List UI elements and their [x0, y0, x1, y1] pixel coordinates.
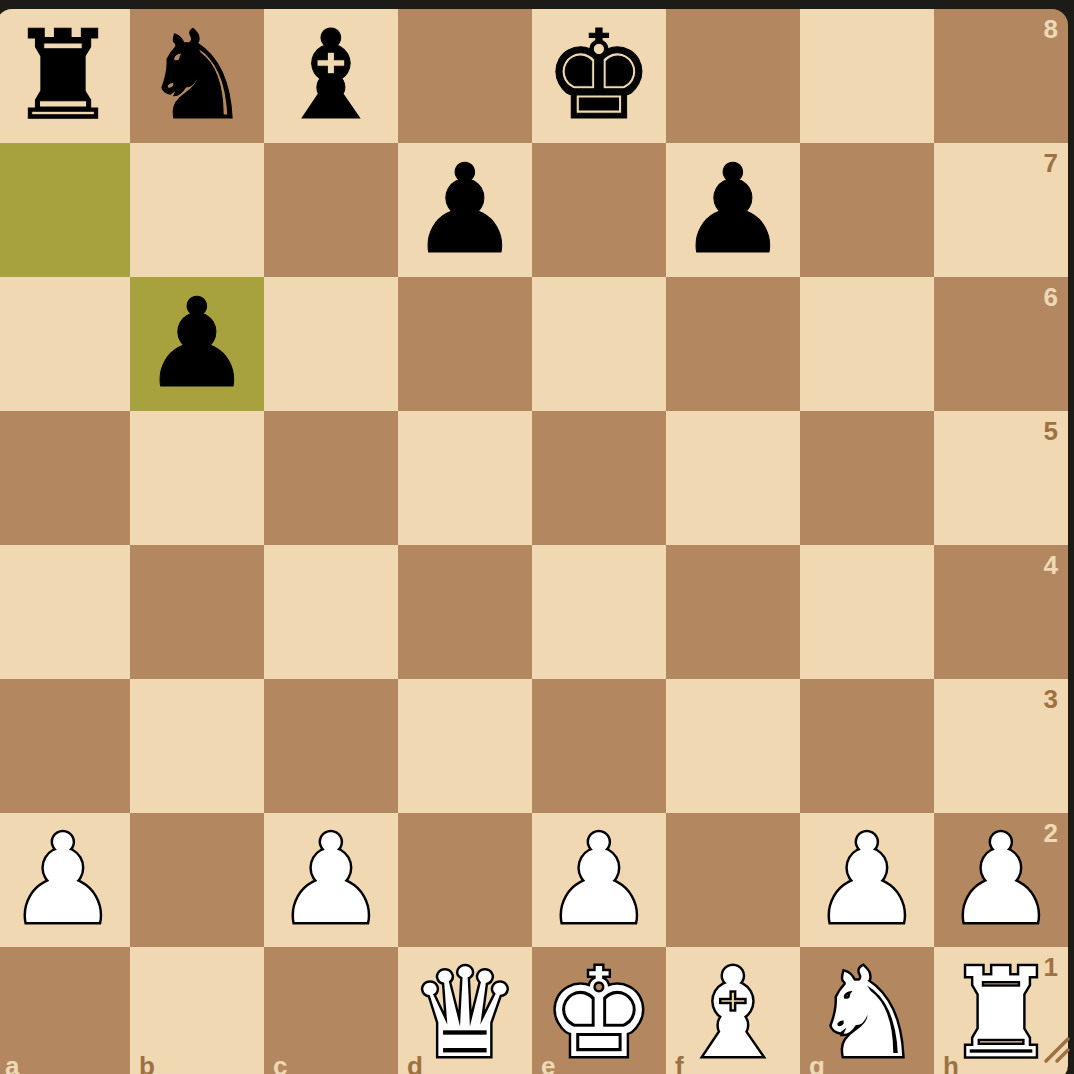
rank-label-6: 6: [1044, 284, 1058, 310]
square-a5[interactable]: [0, 411, 130, 545]
square-g4[interactable]: [800, 545, 934, 679]
square-f4[interactable]: [666, 545, 800, 679]
board-resize-handle-icon[interactable]: [1043, 1036, 1071, 1064]
square-b5[interactable]: [130, 411, 264, 545]
square-e6[interactable]: [532, 277, 666, 411]
file-label-a: a: [5, 1053, 19, 1074]
square-c4[interactable]: [264, 545, 398, 679]
square-c6[interactable]: [264, 277, 398, 411]
square-d8[interactable]: [398, 9, 532, 143]
square-g6[interactable]: [800, 277, 934, 411]
square-b2[interactable]: [130, 813, 264, 947]
square-d1[interactable]: d♛: [398, 947, 532, 1074]
square-d2[interactable]: [398, 813, 532, 947]
square-a8[interactable]: ♜: [0, 9, 130, 143]
square-h4[interactable]: 4: [934, 545, 1068, 679]
square-e8[interactable]: ♚: [532, 9, 666, 143]
square-c5[interactable]: [264, 411, 398, 545]
square-a7[interactable]: [0, 143, 130, 277]
square-h3[interactable]: 3: [934, 679, 1068, 813]
square-c2[interactable]: ♟: [264, 813, 398, 947]
square-a4[interactable]: [0, 545, 130, 679]
page-background: ♜♞♝♚8♟♟7♟6543♟♟♟♟2♟abcd♛e♚f♝g♞1h♜: [0, 0, 1074, 1074]
black-pawn-d7[interactable]: ♟: [398, 143, 532, 277]
square-g3[interactable]: [800, 679, 934, 813]
square-e5[interactable]: [532, 411, 666, 545]
rank-label-8: 8: [1044, 16, 1058, 42]
square-f2[interactable]: [666, 813, 800, 947]
square-d3[interactable]: [398, 679, 532, 813]
square-a6[interactable]: [0, 277, 130, 411]
white-bishop-f1[interactable]: ♝: [666, 947, 800, 1074]
white-pawn-c2[interactable]: ♟: [264, 813, 398, 947]
square-a2[interactable]: ♟: [0, 813, 130, 947]
square-e1[interactable]: e♚: [532, 947, 666, 1074]
square-g5[interactable]: [800, 411, 934, 545]
square-b6[interactable]: ♟: [130, 277, 264, 411]
square-e2[interactable]: ♟: [532, 813, 666, 947]
square-c7[interactable]: [264, 143, 398, 277]
white-queen-d1[interactable]: ♛: [398, 947, 532, 1074]
white-pawn-h2[interactable]: ♟: [934, 813, 1068, 947]
square-b7[interactable]: [130, 143, 264, 277]
square-f8[interactable]: [666, 9, 800, 143]
square-b8[interactable]: ♞: [130, 9, 264, 143]
file-label-c: c: [273, 1053, 287, 1074]
chess-board[interactable]: ♜♞♝♚8♟♟7♟6543♟♟♟♟2♟abcd♛e♚f♝g♞1h♜: [0, 9, 1068, 1074]
square-d5[interactable]: [398, 411, 532, 545]
square-a1[interactable]: a: [0, 947, 130, 1074]
black-knight-b8[interactable]: ♞: [130, 9, 264, 143]
square-a3[interactable]: [0, 679, 130, 813]
square-h5[interactable]: 5: [934, 411, 1068, 545]
black-rook-a8[interactable]: ♜: [0, 9, 130, 143]
white-pawn-g2[interactable]: ♟: [800, 813, 934, 947]
square-g7[interactable]: [800, 143, 934, 277]
square-f1[interactable]: f♝: [666, 947, 800, 1074]
square-g8[interactable]: [800, 9, 934, 143]
square-h7[interactable]: 7: [934, 143, 1068, 277]
square-h8[interactable]: 8: [934, 9, 1068, 143]
square-b1[interactable]: b: [130, 947, 264, 1074]
black-king-e8[interactable]: ♚: [532, 9, 666, 143]
square-c3[interactable]: [264, 679, 398, 813]
file-label-b: b: [139, 1053, 155, 1074]
black-pawn-b6[interactable]: ♟: [130, 277, 264, 411]
rank-label-3: 3: [1044, 686, 1058, 712]
square-e7[interactable]: [532, 143, 666, 277]
square-e4[interactable]: [532, 545, 666, 679]
square-c8[interactable]: ♝: [264, 9, 398, 143]
rank-label-4: 4: [1044, 552, 1058, 578]
square-d7[interactable]: ♟: [398, 143, 532, 277]
square-f3[interactable]: [666, 679, 800, 813]
rank-label-5: 5: [1044, 418, 1058, 444]
square-c1[interactable]: c: [264, 947, 398, 1074]
white-pawn-e2[interactable]: ♟: [532, 813, 666, 947]
square-e3[interactable]: [532, 679, 666, 813]
white-pawn-a2[interactable]: ♟: [0, 813, 130, 947]
square-b3[interactable]: [130, 679, 264, 813]
square-f6[interactable]: [666, 277, 800, 411]
square-d6[interactable]: [398, 277, 532, 411]
square-f5[interactable]: [666, 411, 800, 545]
square-h2[interactable]: 2♟: [934, 813, 1068, 947]
square-h6[interactable]: 6: [934, 277, 1068, 411]
square-g1[interactable]: g♞: [800, 947, 934, 1074]
square-f7[interactable]: ♟: [666, 143, 800, 277]
square-g2[interactable]: ♟: [800, 813, 934, 947]
white-king-e1[interactable]: ♚: [532, 947, 666, 1074]
square-b4[interactable]: [130, 545, 264, 679]
black-pawn-f7[interactable]: ♟: [666, 143, 800, 277]
white-knight-g1[interactable]: ♞: [800, 947, 934, 1074]
black-bishop-c8[interactable]: ♝: [264, 9, 398, 143]
rank-label-7: 7: [1044, 150, 1058, 176]
square-d4[interactable]: [398, 545, 532, 679]
